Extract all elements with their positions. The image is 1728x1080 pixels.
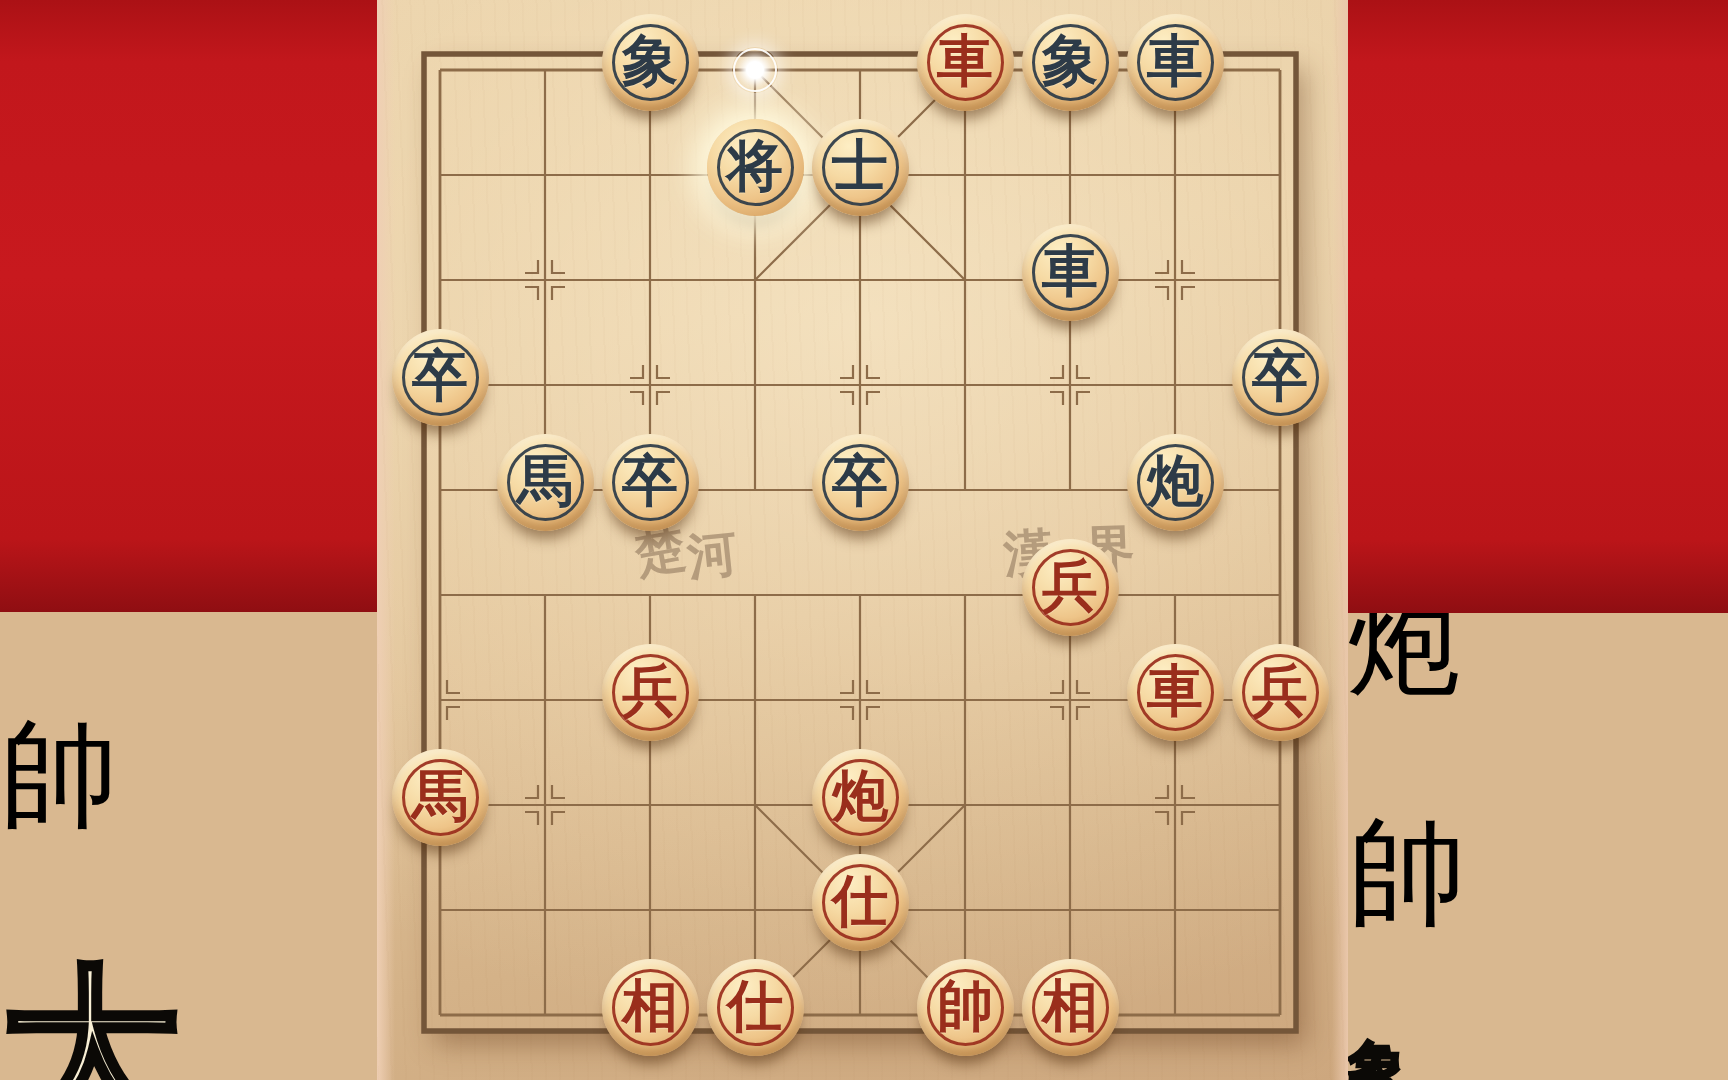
piece-glyph: 相	[1042, 978, 1098, 1034]
piece-glyph: 仕	[832, 873, 888, 929]
piece-black-cannon[interactable]: 炮	[1127, 434, 1224, 531]
piece-glyph: 車	[1147, 663, 1203, 719]
left-banner-red-background	[0, 0, 377, 612]
piece-glyph: 卒	[622, 453, 678, 509]
left-title-char: 大	[0, 932, 237, 1080]
piece-glyph: 卒	[832, 453, 888, 509]
last-move-origin-marker	[732, 47, 778, 93]
background-photo-piece: 帥	[1348, 794, 1584, 1030]
piece-glyph: 馬	[412, 768, 468, 824]
piece-red-elephant[interactable]: 相	[1022, 959, 1119, 1056]
piece-black-elephant[interactable]: 象	[1022, 14, 1119, 111]
piece-black-chariot[interactable]: 車	[1022, 224, 1119, 321]
left-title: 大神象棋	[0, 932, 377, 1080]
piece-red-chariot[interactable]: 車	[917, 14, 1014, 111]
piece-black-advisor[interactable]: 士	[812, 119, 909, 216]
piece-black-general[interactable]: 将	[707, 119, 804, 216]
video-frame: 楚河漢界 象車象車将士車卒卒馬卒卒炮兵兵車兵馬炮仕相仕帥相 将 炮帥 大神象棋 …	[0, 0, 1728, 1080]
piece-black-soldier[interactable]: 卒	[602, 434, 699, 531]
piece-glyph: 炮	[832, 768, 888, 824]
piece-glyph: 兵	[622, 663, 678, 719]
piece-glyph: 炮	[1147, 453, 1203, 509]
photo-piece-glyph: 帥	[1348, 803, 1466, 941]
piece-red-advisor[interactable]: 仕	[812, 854, 909, 951]
river-label-left: 河	[683, 523, 740, 587]
photo-piece-glyph: 帥	[0, 705, 118, 843]
piece-glyph: 将	[727, 138, 783, 194]
piece-glyph: 卒	[412, 348, 468, 404]
right-subtitle-char: 象	[1348, 1030, 1423, 1080]
piece-red-soldier[interactable]: 兵	[1022, 539, 1119, 636]
piece-glyph: 象	[622, 33, 678, 89]
piece-black-horse[interactable]: 馬	[497, 434, 594, 531]
piece-black-chariot[interactable]: 車	[1127, 14, 1224, 111]
piece-glyph: 卒	[1252, 348, 1308, 404]
piece-red-soldier[interactable]: 兵	[602, 644, 699, 741]
right-subtitle: 象棋大师创新	[1348, 1030, 1728, 1080]
piece-red-cannon[interactable]: 炮	[812, 749, 909, 846]
piece-red-chariot[interactable]: 車	[1127, 644, 1224, 741]
piece-glyph: 馬	[517, 453, 573, 509]
piece-red-advisor[interactable]: 仕	[707, 959, 804, 1056]
right-banner: 将 炮帥 象棋大师创新 中炮对屏风马	[1348, 0, 1728, 1080]
piece-black-soldier[interactable]: 卒	[1232, 329, 1329, 426]
piece-black-soldier[interactable]: 卒	[392, 329, 489, 426]
piece-glyph: 仕	[727, 978, 783, 1034]
piece-red-horse[interactable]: 馬	[392, 749, 489, 846]
piece-glyph: 兵	[1042, 558, 1098, 614]
piece-glyph: 車	[937, 33, 993, 89]
piece-red-elephant[interactable]: 相	[602, 959, 699, 1056]
piece-black-elephant[interactable]: 象	[602, 14, 699, 111]
piece-glyph: 車	[1147, 33, 1203, 89]
piece-black-soldier[interactable]: 卒	[812, 434, 909, 531]
background-photo-piece: 帥	[0, 696, 236, 932]
piece-glyph: 相	[622, 978, 678, 1034]
right-banner-red-background	[1348, 0, 1728, 613]
piece-glyph: 帥	[937, 978, 993, 1034]
piece-glyph: 士	[832, 138, 888, 194]
left-banner: 将 炮帥 大神象棋	[0, 0, 377, 1080]
piece-glyph: 象	[1042, 33, 1098, 89]
piece-glyph: 車	[1042, 243, 1098, 299]
piece-glyph: 兵	[1252, 663, 1308, 719]
piece-red-general[interactable]: 帥	[917, 959, 1014, 1056]
piece-red-soldier[interactable]: 兵	[1232, 644, 1329, 741]
